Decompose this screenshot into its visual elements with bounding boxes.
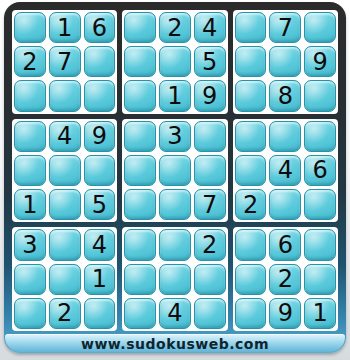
cell-r7c9[interactable] (304, 229, 336, 260)
cell-r2c4[interactable] (124, 46, 156, 77)
cell-r1c2[interactable]: 1 (49, 12, 81, 43)
cell-r9c8[interactable]: 9 (269, 298, 301, 329)
cell-r8c2[interactable] (49, 264, 81, 295)
cell-r4c3[interactable]: 9 (84, 121, 116, 152)
cell-r6c5[interactable] (159, 189, 191, 220)
box-2-2: 37 (122, 119, 227, 223)
cell-r9c9[interactable]: 1 (304, 298, 336, 329)
cell-r3c4[interactable] (124, 80, 156, 111)
cell-r6c4[interactable] (124, 189, 156, 220)
cell-r3c5[interactable]: 1 (159, 80, 191, 111)
cell-r1c3[interactable]: 6 (84, 12, 116, 43)
cell-r9c7[interactable] (235, 298, 267, 329)
cell-r6c1[interactable]: 1 (14, 189, 46, 220)
box-1-2: 24519 (122, 10, 227, 114)
cell-r5c3[interactable] (84, 155, 116, 186)
cell-r7c5[interactable] (159, 229, 191, 260)
footer-link[interactable]: www.sudokusweb.com (5, 334, 345, 352)
cell-r8c3[interactable]: 1 (84, 264, 116, 295)
cell-r3c3[interactable] (84, 80, 116, 111)
cell-r8c6[interactable] (194, 264, 226, 295)
cell-r6c2[interactable] (49, 189, 81, 220)
cell-r7c7[interactable] (235, 229, 267, 260)
cell-r1c4[interactable] (124, 12, 156, 43)
cell-r2c2[interactable]: 7 (49, 46, 81, 77)
cell-r6c6[interactable]: 7 (194, 189, 226, 220)
cell-r2c7[interactable] (235, 46, 267, 77)
cell-r1c8[interactable]: 7 (269, 12, 301, 43)
cell-r1c1[interactable] (14, 12, 46, 43)
cell-r7c4[interactable] (124, 229, 156, 260)
cell-r8c5[interactable] (159, 264, 191, 295)
cell-r1c9[interactable] (304, 12, 336, 43)
cell-r9c4[interactable] (124, 298, 156, 329)
cell-r2c8[interactable] (269, 46, 301, 77)
page-background: 1627245197984915374623412246291 www.sudo… (0, 0, 350, 360)
cell-r8c1[interactable] (14, 264, 46, 295)
cell-r7c1[interactable]: 3 (14, 229, 46, 260)
cell-r5c4[interactable] (124, 155, 156, 186)
cell-r2c1[interactable]: 2 (14, 46, 46, 77)
cell-r9c6[interactable] (194, 298, 226, 329)
cell-r7c8[interactable]: 6 (269, 229, 301, 260)
cell-r3c1[interactable] (14, 80, 46, 111)
cell-r2c9[interactable]: 9 (304, 46, 336, 77)
cell-r2c6[interactable]: 5 (194, 46, 226, 77)
sudoku-board: 1627245197984915374623412246291 (4, 2, 346, 334)
box-1-1: 1627 (12, 10, 117, 114)
cell-r4c5[interactable]: 3 (159, 121, 191, 152)
cell-r8c8[interactable]: 2 (269, 264, 301, 295)
cell-r5c9[interactable]: 6 (304, 155, 336, 186)
cell-r8c7[interactable] (235, 264, 267, 295)
cell-r6c9[interactable] (304, 189, 336, 220)
sudoku-frame: 1627245197984915374623412246291 www.sudo… (4, 2, 346, 353)
cell-r3c9[interactable] (304, 80, 336, 111)
cell-r4c1[interactable] (14, 121, 46, 152)
cell-r2c3[interactable] (84, 46, 116, 77)
cell-r6c8[interactable] (269, 189, 301, 220)
cell-r9c5[interactable]: 4 (159, 298, 191, 329)
cell-r4c9[interactable] (304, 121, 336, 152)
cell-r1c6[interactable]: 4 (194, 12, 226, 43)
cell-r7c6[interactable]: 2 (194, 229, 226, 260)
cell-r5c6[interactable] (194, 155, 226, 186)
box-3-3: 6291 (233, 227, 338, 331)
cell-r8c9[interactable] (304, 264, 336, 295)
box-2-3: 462 (233, 119, 338, 223)
box-3-2: 24 (122, 227, 227, 331)
cell-r9c2[interactable]: 2 (49, 298, 81, 329)
box-3-1: 3412 (12, 227, 117, 331)
cell-r9c3[interactable] (84, 298, 116, 329)
cell-r3c6[interactable]: 9 (194, 80, 226, 111)
cell-r6c7[interactable]: 2 (235, 189, 267, 220)
box-1-3: 798 (233, 10, 338, 114)
cell-r7c2[interactable] (49, 229, 81, 260)
box-2-1: 4915 (12, 119, 117, 223)
cell-r4c8[interactable] (269, 121, 301, 152)
cell-r5c2[interactable] (49, 155, 81, 186)
cell-r4c2[interactable]: 4 (49, 121, 81, 152)
cell-r8c4[interactable] (124, 264, 156, 295)
cell-r3c7[interactable] (235, 80, 267, 111)
cell-r7c3[interactable]: 4 (84, 229, 116, 260)
cell-r5c8[interactable]: 4 (269, 155, 301, 186)
cell-r1c7[interactable] (235, 12, 267, 43)
cell-r2c5[interactable] (159, 46, 191, 77)
cell-r5c5[interactable] (159, 155, 191, 186)
cell-r1c5[interactable]: 2 (159, 12, 191, 43)
cell-r3c8[interactable]: 8 (269, 80, 301, 111)
cell-r3c2[interactable] (49, 80, 81, 111)
cell-r6c3[interactable]: 5 (84, 189, 116, 220)
cell-r5c7[interactable] (235, 155, 267, 186)
cell-r4c7[interactable] (235, 121, 267, 152)
cell-r4c6[interactable] (194, 121, 226, 152)
cell-r5c1[interactable] (14, 155, 46, 186)
cell-r9c1[interactable] (14, 298, 46, 329)
cell-r4c4[interactable] (124, 121, 156, 152)
